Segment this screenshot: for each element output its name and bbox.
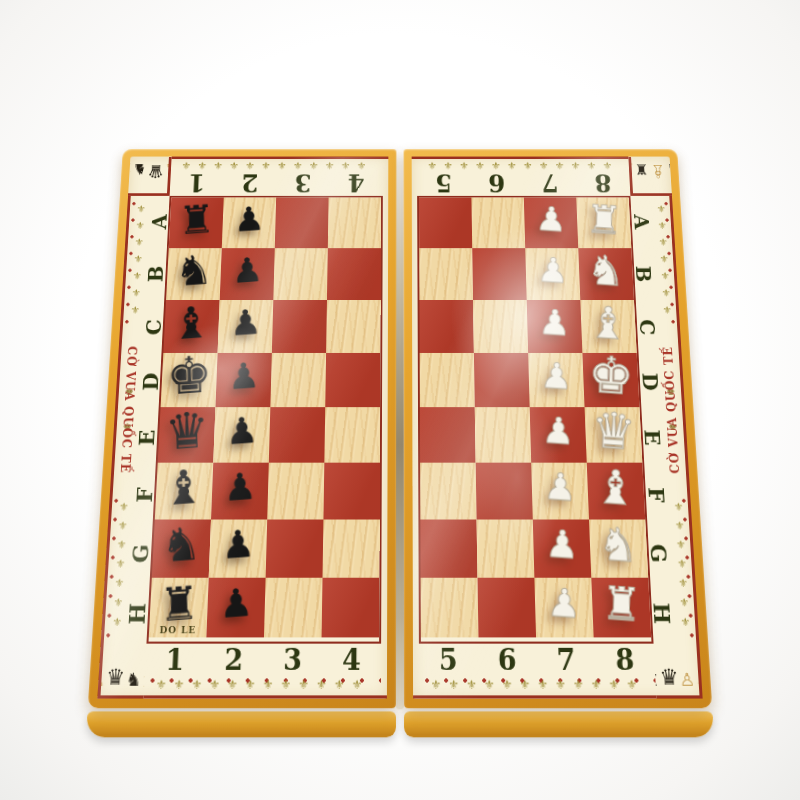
- piece-black-pawn[interactable]: ♟: [231, 252, 264, 288]
- file-label-8: 8: [615, 644, 635, 677]
- piece-black-knight[interactable]: ♞: [161, 520, 202, 569]
- rank-label-H-left: H: [124, 602, 151, 623]
- piece-white-knight[interactable]: ♞: [598, 520, 639, 569]
- square-G1[interactable]: ♞: [152, 520, 211, 578]
- square-E5[interactable]: [420, 407, 476, 463]
- piece-black-pawn[interactable]: ♟: [229, 304, 262, 341]
- square-C2[interactable]: ♟: [218, 300, 274, 353]
- piece-black-bishop[interactable]: ♝: [171, 300, 212, 346]
- rank-label-E-right: E: [640, 429, 666, 445]
- bottom-number-labels-right: 5678: [419, 644, 655, 677]
- piece-black-pawn[interactable]: ♟: [233, 202, 265, 237]
- square-A8[interactable]: ♜: [576, 198, 631, 249]
- corner-art-piece-icon: ♗: [649, 161, 667, 181]
- square-B1[interactable]: ♞: [166, 248, 222, 300]
- square-H2[interactable]: ♟: [206, 578, 265, 638]
- board-squares-right: ♟♜♟♞♟♝♟♚♟♛♟♝♟♞♟♜: [417, 196, 653, 644]
- square-F6[interactable]: [476, 463, 533, 520]
- board-right-half: ♞♗♜♙ ⚜⚜⚜⚜⚜⚜⚜⚜⚜⚜⚜⚜ 5678 ABCDEFGH ⚜⚜⚜⚜⚜⚜⚜: [404, 149, 715, 737]
- corner-art-bottom-right: ♜♛♙♘: [654, 644, 703, 699]
- piece-white-bishop[interactable]: ♝: [595, 462, 638, 512]
- square-F2[interactable]: ♟: [211, 463, 269, 520]
- photo-background: ♙♛♞♖ ⚜⚜⚜⚜⚜⚜⚜⚜⚜⚜⚜⚜ 1234 ⚜⚜⚜⚜⚜⚜⚜ ♚ CỜ: [0, 0, 800, 800]
- square-A1[interactable]: ♜: [169, 198, 224, 249]
- piece-white-pawn[interactable]: ♟: [535, 202, 567, 237]
- piece-white-king[interactable]: ♚: [587, 350, 634, 403]
- square-A6[interactable]: [471, 198, 525, 249]
- corner-art-piece-icon: ♛: [105, 665, 125, 690]
- square-D3[interactable]: [270, 353, 326, 407]
- rank-label-F-left: F: [131, 487, 157, 502]
- square-F8[interactable]: ♝: [587, 463, 645, 520]
- square-D2[interactable]: ♟: [215, 353, 271, 407]
- square-H1[interactable]: ♜DO LE: [149, 578, 209, 638]
- corner-art-top-left: ♙♛♞♖: [128, 157, 172, 196]
- piece-white-rook[interactable]: ♜: [585, 199, 623, 241]
- hinge-border-top-right: [412, 157, 418, 196]
- square-D8[interactable]: ♚: [582, 353, 639, 407]
- square-F5[interactable]: [420, 463, 476, 520]
- corner-art-piece-icon: ♛: [147, 161, 165, 181]
- square-B8[interactable]: ♞: [578, 248, 634, 300]
- hinge-border-top-left: [383, 157, 389, 196]
- square-H8[interactable]: ♜: [591, 578, 651, 638]
- square-F1[interactable]: ♝: [155, 463, 213, 520]
- square-D1[interactable]: ♚: [161, 353, 218, 407]
- folding-chess-board: ♙♛♞♖ ⚜⚜⚜⚜⚜⚜⚜⚜⚜⚜⚜⚜ 1234 ⚜⚜⚜⚜⚜⚜⚜ ♚ CỜ: [86, 149, 714, 737]
- square-H6[interactable]: [477, 578, 536, 638]
- piece-white-pawn[interactable]: ♟: [540, 357, 573, 395]
- piece-white-rook[interactable]: ♜: [601, 579, 642, 628]
- corner-art-piece-icon: ♞: [125, 669, 141, 690]
- piece-white-knight[interactable]: ♞: [586, 249, 625, 292]
- piece-white-pawn[interactable]: ♟: [538, 304, 571, 341]
- square-G4[interactable]: [323, 520, 380, 578]
- bottom-border-left: 1234 ⚜⚜⚜⚜⚜⚜⚜⚜⚜⚜⚜⚜: [144, 644, 382, 699]
- corner-art-piece-icon: ♞: [132, 161, 147, 178]
- corner-art-piece-icon: ♛: [659, 665, 679, 690]
- piece-white-bishop[interactable]: ♝: [588, 300, 629, 346]
- square-D6[interactable]: [474, 353, 530, 407]
- top-number-labels-right: 5678: [417, 169, 630, 196]
- corner-art-piece-icon: ♘: [696, 673, 703, 690]
- square-F3[interactable]: [267, 463, 324, 520]
- rank-label-A-right: A: [629, 214, 653, 229]
- ornament-row-bottom-right: ⚜⚜⚜⚜⚜⚜⚜⚜⚜⚜⚜⚜: [419, 676, 656, 698]
- file-label-8: 8: [594, 169, 612, 196]
- hinge-border-mid-left: [381, 196, 388, 644]
- square-A2[interactable]: ♟: [222, 198, 276, 249]
- piece-white-pawn[interactable]: ♟: [541, 412, 575, 450]
- square-H7[interactable]: ♟: [534, 578, 593, 638]
- frame-front-face-left: [86, 711, 396, 737]
- rank-label-H-right: H: [649, 602, 676, 623]
- square-D4[interactable]: [325, 353, 380, 407]
- piece-black-knight[interactable]: ♞: [175, 249, 214, 292]
- square-B5[interactable]: [419, 248, 473, 300]
- rank-label-G-right: G: [646, 544, 672, 563]
- corner-art-piece-icon: ♞: [667, 161, 672, 176]
- rank-label-F-right: F: [643, 487, 669, 502]
- top-border-left: ⚜⚜⚜⚜⚜⚜⚜⚜⚜⚜⚜⚜ 1234: [170, 157, 383, 196]
- square-E7[interactable]: ♟: [530, 407, 587, 463]
- square-B6[interactable]: [472, 248, 526, 300]
- square-E4[interactable]: [324, 407, 380, 463]
- board-right-panel: ♞♗♜♙ ⚜⚜⚜⚜⚜⚜⚜⚜⚜⚜⚜⚜ 5678 ABCDEFGH ⚜⚜⚜⚜⚜⚜⚜: [412, 157, 703, 699]
- square-F4[interactable]: [323, 463, 379, 520]
- rank-label-E-left: E: [134, 429, 160, 445]
- ornament-row-top-left: ⚜⚜⚜⚜⚜⚜⚜⚜⚜⚜⚜⚜: [171, 157, 383, 170]
- square-G5[interactable]: [420, 520, 477, 578]
- piece-black-pawn[interactable]: ♟: [223, 467, 257, 506]
- perspective-wrapper: ♙♛♞♖ ⚜⚜⚜⚜⚜⚜⚜⚜⚜⚜⚜⚜ 1234 ⚜⚜⚜⚜⚜⚜⚜ ♚ CỜ: [90, 118, 710, 733]
- square-A5[interactable]: [419, 198, 472, 249]
- piece-white-pawn[interactable]: ♟: [543, 467, 577, 506]
- rank-label-D-left: D: [137, 372, 162, 390]
- square-G7[interactable]: ♟: [533, 520, 592, 578]
- board-left-panel: ♙♛♞♖ ⚜⚜⚜⚜⚜⚜⚜⚜⚜⚜⚜⚜ 1234 ⚜⚜⚜⚜⚜⚜⚜ ♚ CỜ: [97, 157, 388, 699]
- piece-white-pawn[interactable]: ♟: [545, 524, 580, 564]
- ornament-row-top-right: ⚜⚜⚜⚜⚜⚜⚜⚜⚜⚜⚜⚜: [417, 157, 629, 170]
- frame-left: ♙♛♞♖ ⚜⚜⚜⚜⚜⚜⚜⚜⚜⚜⚜⚜ 1234 ⚜⚜⚜⚜⚜⚜⚜ ♚ CỜ: [88, 149, 397, 708]
- piece-black-king[interactable]: ♚: [166, 350, 213, 403]
- file-label-4: 4: [348, 169, 365, 196]
- square-H5[interactable]: [421, 578, 479, 638]
- piece-black-pawn[interactable]: ♟: [219, 583, 254, 624]
- bottom-number-labels-left: 1234: [145, 644, 381, 677]
- rank-label-D-right: D: [637, 372, 662, 390]
- square-C3[interactable]: [272, 300, 327, 353]
- rank-label-C-left: C: [141, 319, 166, 335]
- file-label-5: 5: [435, 169, 452, 196]
- square-C1[interactable]: ♝: [163, 300, 219, 353]
- hinge-border-bottom-right: [413, 644, 419, 699]
- board-squares-left: ♜♟♞♟♝♟♚♟♛♟♝♟♞♟♜DO LE♟: [146, 196, 382, 644]
- bottom-border-right: 5678 ⚜⚜⚜⚜⚜⚜⚜⚜⚜⚜⚜⚜: [419, 644, 657, 699]
- corner-art-piece-icon: ♙: [679, 669, 696, 690]
- piece-black-bishop[interactable]: ♝: [163, 462, 206, 512]
- hinge-border-bottom-left: [381, 644, 387, 699]
- square-G6[interactable]: [477, 520, 535, 578]
- square-G2[interactable]: ♟: [209, 520, 268, 578]
- file-label-6: 6: [498, 644, 517, 677]
- file-label-2: 2: [224, 644, 244, 677]
- file-label-4: 4: [342, 644, 361, 677]
- square-A4[interactable]: [328, 198, 381, 249]
- corner-art-bottom-left: ♙♛♞♖: [97, 644, 146, 699]
- square-F7[interactable]: ♟: [531, 463, 589, 520]
- file-label-7: 7: [541, 169, 559, 196]
- square-H3[interactable]: [264, 578, 323, 638]
- corner-art-top-right: ♞♗♜♙: [628, 157, 672, 196]
- file-label-3: 3: [294, 169, 312, 196]
- piece-white-pawn[interactable]: ♟: [546, 583, 581, 624]
- brand-label: CỜ VUA QUỐC TẾ: [662, 346, 683, 473]
- top-number-labels-left: 1234: [170, 169, 383, 196]
- frame-right: ♞♗♜♙ ⚜⚜⚜⚜⚜⚜⚜⚜⚜⚜⚜⚜ 5678 ABCDEFGH ⚜⚜⚜⚜⚜⚜⚜: [404, 149, 713, 708]
- corner-art-piece-icon: ♙: [628, 161, 634, 175]
- corner-art-piece-icon: ♜: [634, 161, 649, 178]
- piece-black-queen[interactable]: ♛: [164, 405, 210, 458]
- square-B2[interactable]: ♟: [220, 248, 275, 300]
- square-E2[interactable]: ♟: [213, 407, 270, 463]
- file-label-3: 3: [283, 644, 302, 677]
- rank-label-A-left: A: [146, 214, 170, 229]
- square-B4[interactable]: [327, 248, 381, 300]
- rank-label-B-left: B: [144, 265, 169, 282]
- corner-art-piece-icon: ♙: [165, 161, 172, 176]
- board-left-half: ♙♛♞♖ ⚜⚜⚜⚜⚜⚜⚜⚜⚜⚜⚜⚜ 1234 ⚜⚜⚜⚜⚜⚜⚜ ♚ CỜ: [86, 149, 397, 737]
- file-label-6: 6: [488, 169, 506, 196]
- file-label-7: 7: [556, 644, 576, 677]
- square-C5[interactable]: [419, 300, 473, 353]
- rank-label-G-left: G: [128, 544, 154, 563]
- square-B7[interactable]: ♟: [525, 248, 580, 300]
- piece-black-rook[interactable]: ♜: [178, 199, 216, 241]
- square-C4[interactable]: [326, 300, 380, 353]
- square-A3[interactable]: [275, 198, 329, 249]
- rank-label-B-right: B: [632, 265, 657, 282]
- square-E3[interactable]: [269, 407, 325, 463]
- square-A7[interactable]: ♟: [524, 198, 578, 249]
- file-label-1: 1: [165, 644, 185, 677]
- ornament-row-bottom-left: ⚜⚜⚜⚜⚜⚜⚜⚜⚜⚜⚜⚜: [144, 676, 381, 698]
- square-H4[interactable]: [322, 578, 380, 638]
- piece-black-rook[interactable]: ♜: [159, 579, 200, 628]
- square-G3[interactable]: [266, 520, 324, 578]
- file-label-1: 1: [188, 169, 206, 196]
- square-E1[interactable]: ♛: [158, 407, 216, 463]
- piece-white-pawn[interactable]: ♟: [536, 252, 569, 288]
- square-C6[interactable]: [473, 300, 528, 353]
- square-G8[interactable]: ♞: [589, 520, 648, 578]
- square-D5[interactable]: [420, 353, 475, 407]
- top-border-right: ⚜⚜⚜⚜⚜⚜⚜⚜⚜⚜⚜⚜ 5678: [417, 157, 630, 196]
- square-E8[interactable]: ♛: [585, 407, 643, 463]
- frame-front-face-right: [404, 711, 714, 737]
- square-B3[interactable]: [273, 248, 327, 300]
- piece-black-pawn[interactable]: ♟: [225, 412, 259, 450]
- piece-black-pawn[interactable]: ♟: [221, 524, 256, 564]
- piece-white-queen[interactable]: ♛: [590, 405, 636, 458]
- rank-label-C-right: C: [634, 319, 659, 335]
- square-D7[interactable]: ♟: [528, 353, 584, 407]
- square-E6[interactable]: [475, 407, 531, 463]
- file-label-2: 2: [241, 169, 259, 196]
- square-C7[interactable]: ♟: [527, 300, 583, 353]
- file-label-5: 5: [439, 644, 458, 677]
- piece-black-pawn[interactable]: ♟: [227, 357, 260, 395]
- corner-art-piece-icon: ♙: [97, 671, 105, 690]
